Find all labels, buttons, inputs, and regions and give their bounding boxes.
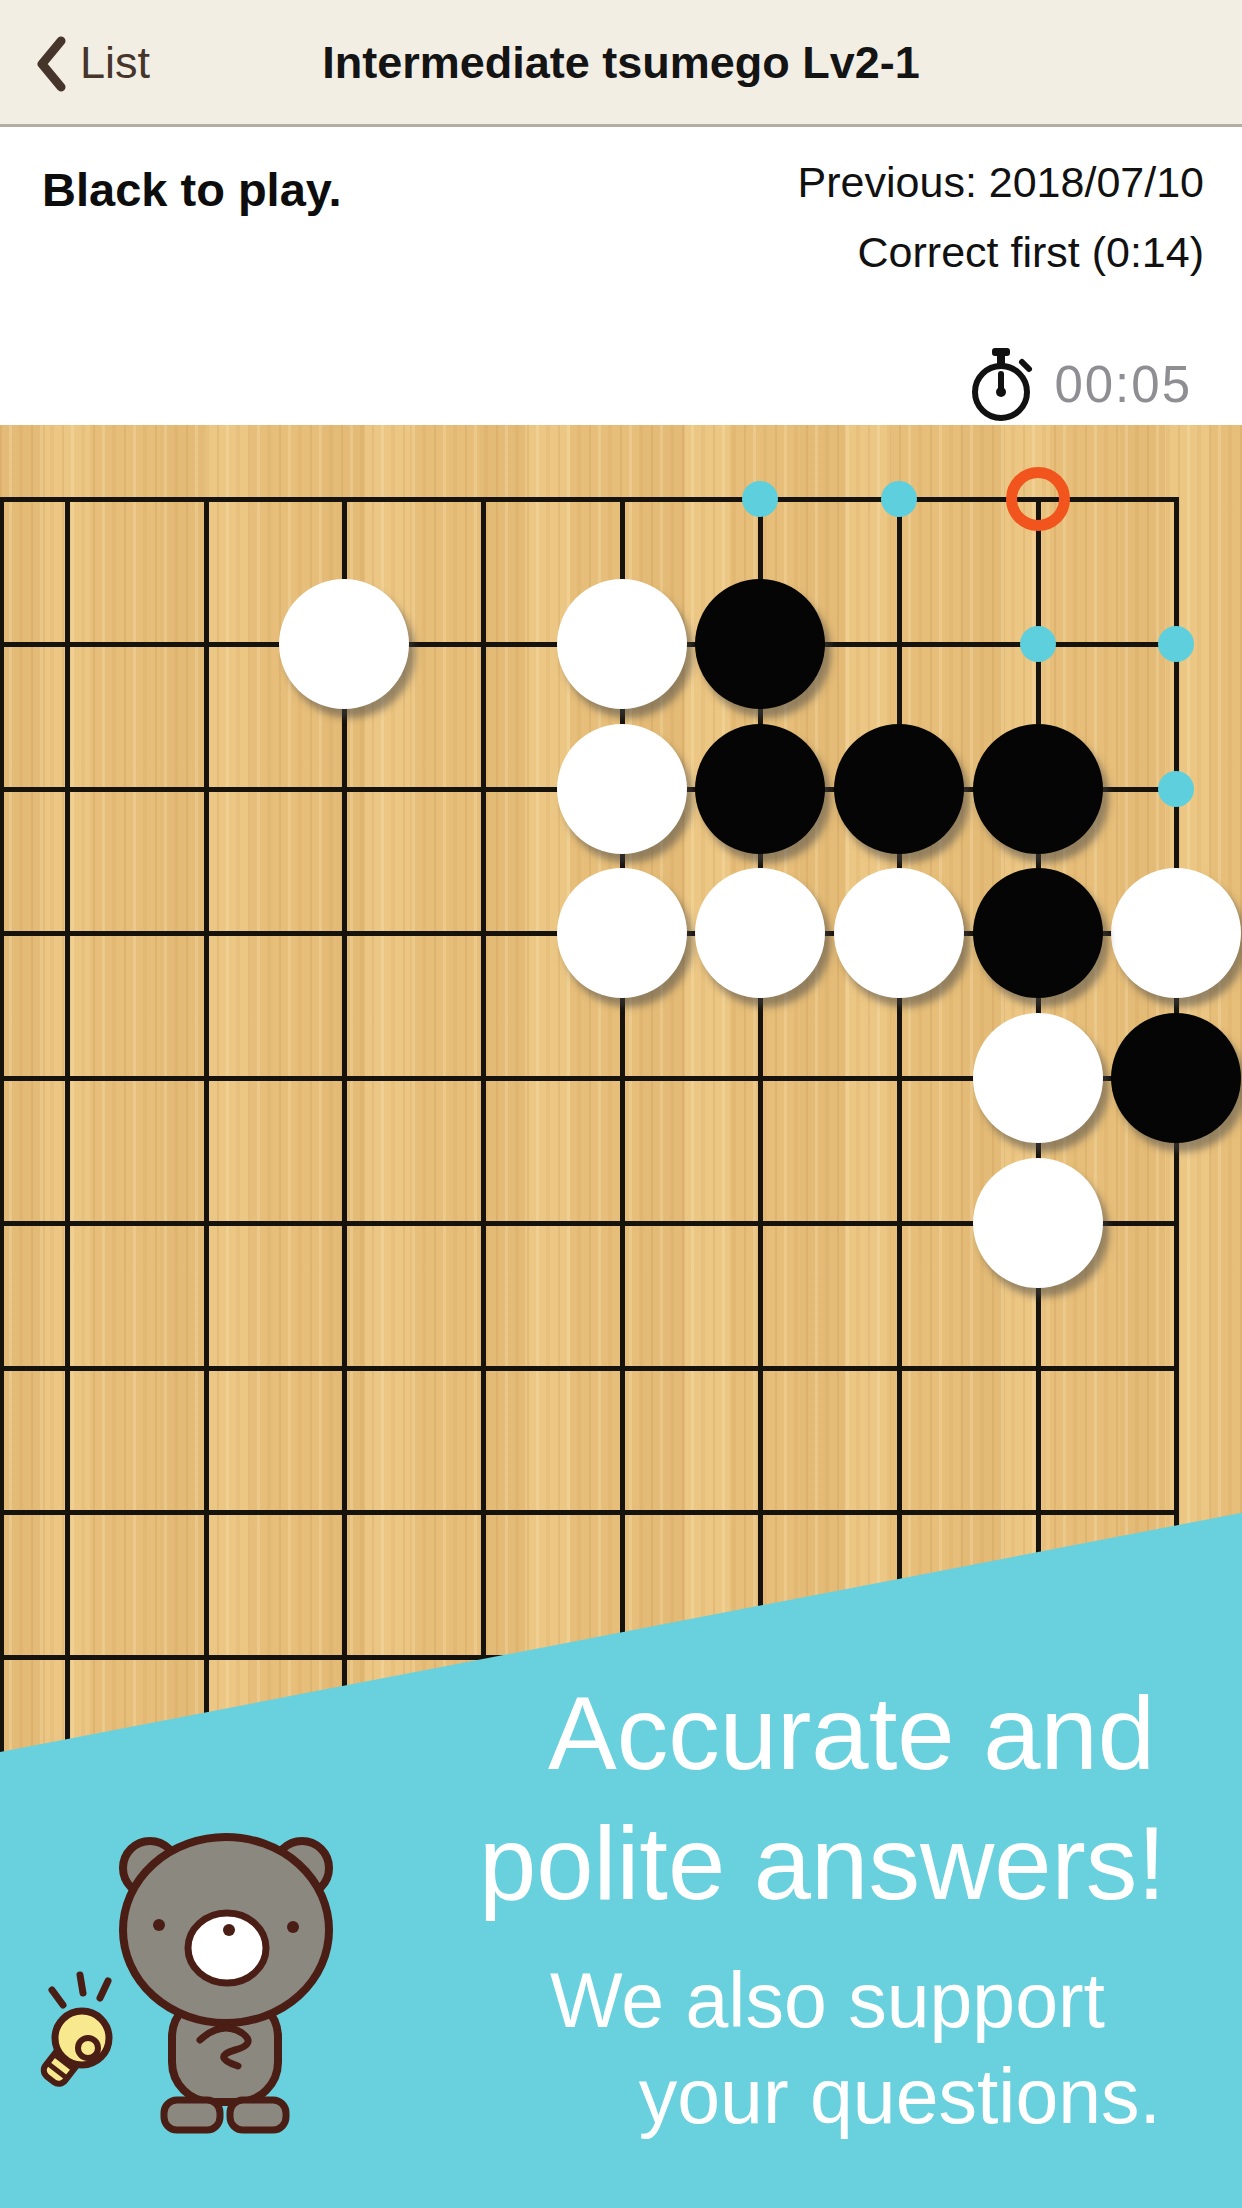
black-stone — [695, 724, 825, 854]
timer: 00:05 — [966, 346, 1192, 422]
board-grid-line — [897, 497, 902, 1759]
banner-text-line2: polite answers! — [479, 1812, 1166, 1915]
white-stone — [834, 868, 964, 998]
board-grid-line — [0, 497, 4, 1759]
previous-attempt-date: Previous: 2018/07/10 — [798, 158, 1204, 207]
black-stone — [973, 868, 1103, 998]
move-marker-ring — [1006, 467, 1070, 531]
board-grid-line — [65, 497, 70, 1759]
banner-text-line3: We also support — [550, 1962, 1105, 2039]
app-screen: List Intermediate tsumego Lv2-1 Black to… — [0, 0, 1242, 2208]
board-grid-line — [0, 1366, 1179, 1371]
board-grid-line — [481, 497, 486, 1759]
previous-result: Correct first (0:14) — [858, 228, 1204, 277]
bear-mascot-illustration — [28, 1812, 358, 2147]
timer-value: 00:05 — [1054, 355, 1192, 414]
white-stone — [557, 868, 687, 998]
black-stone — [695, 579, 825, 709]
black-stone — [1111, 1013, 1241, 1143]
white-stone — [557, 579, 687, 709]
board-grid-line — [0, 497, 1179, 502]
hint-dot — [1020, 626, 1056, 662]
black-stone — [834, 724, 964, 854]
board-grid-line — [0, 1510, 1179, 1515]
stopwatch-icon — [966, 346, 1036, 422]
hint-dot — [1158, 771, 1194, 807]
navigation-bar: List Intermediate tsumego Lv2-1 — [0, 0, 1242, 127]
black-stone — [973, 724, 1103, 854]
turn-prompt: Black to play. — [42, 162, 342, 217]
board-grid-line — [204, 497, 209, 1759]
page-title: Intermediate tsumego Lv2-1 — [0, 37, 1242, 89]
banner-text-line4: your questions. — [639, 2058, 1161, 2135]
white-stone — [973, 1013, 1103, 1143]
banner-text-line1: Accurate and — [548, 1682, 1155, 1785]
hint-dot — [881, 481, 917, 517]
hint-dot — [1158, 626, 1194, 662]
white-stone — [279, 579, 409, 709]
white-stone — [1111, 868, 1241, 998]
white-stone — [695, 868, 825, 998]
white-stone — [557, 724, 687, 854]
white-stone — [973, 1158, 1103, 1288]
hint-dot — [742, 481, 778, 517]
